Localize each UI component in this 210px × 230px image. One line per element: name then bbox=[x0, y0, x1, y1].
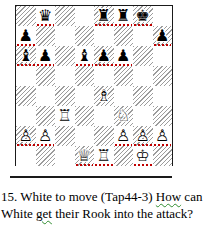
black-rook-e8: ♜ bbox=[97, 8, 111, 24]
puzzle-caption: 15. White to move (Tap44-3) How canWhite… bbox=[1, 188, 209, 222]
square-d1[interactable]: ♕ bbox=[75, 146, 95, 166]
square-g7[interactable] bbox=[133, 26, 153, 46]
black-bishop-d6: ♝ bbox=[77, 48, 91, 64]
square-c6[interactable] bbox=[55, 46, 75, 66]
square-h2[interactable]: ♙ bbox=[153, 126, 173, 146]
square-e2[interactable] bbox=[94, 126, 114, 146]
white-pawn-a2: ♙ bbox=[19, 128, 33, 144]
black-pawn-f6: ♟ bbox=[116, 48, 130, 64]
square-d3[interactable] bbox=[75, 106, 95, 126]
square-h5[interactable] bbox=[153, 66, 173, 86]
square-f8[interactable]: ♜ bbox=[114, 6, 134, 26]
square-c5[interactable] bbox=[55, 66, 75, 86]
chess-board: ♛♜♜♚♟♟♝♟♝♟♟♗♖♘♙♙♙♙♙♕♖♔ bbox=[15, 5, 173, 166]
black-pawn-h7: ♟ bbox=[155, 28, 169, 44]
square-c2[interactable] bbox=[55, 126, 75, 146]
square-h7[interactable]: ♟ bbox=[153, 26, 173, 46]
white-pawn-f2: ♙ bbox=[116, 128, 130, 144]
white-pawn-h2: ♙ bbox=[155, 128, 169, 144]
square-c4[interactable] bbox=[55, 86, 75, 106]
square-c1[interactable] bbox=[55, 146, 75, 166]
square-f2[interactable]: ♙ bbox=[114, 126, 134, 146]
white-rook-c3: ♖ bbox=[58, 108, 72, 124]
square-e6[interactable]: ♟ bbox=[94, 46, 114, 66]
square-d7[interactable] bbox=[75, 26, 95, 46]
square-a6[interactable]: ♝ bbox=[16, 46, 36, 66]
white-queen-d1: ♕ bbox=[77, 148, 91, 164]
square-e1[interactable]: ♖ bbox=[94, 146, 114, 166]
square-e3[interactable] bbox=[94, 106, 114, 126]
square-d4[interactable] bbox=[75, 86, 95, 106]
black-rook-f8: ♜ bbox=[116, 8, 130, 24]
square-f3[interactable]: ♘ bbox=[114, 106, 134, 126]
black-pawn-b6: ♟ bbox=[38, 48, 52, 64]
square-d6[interactable]: ♝ bbox=[75, 46, 95, 66]
square-e5[interactable] bbox=[94, 66, 114, 86]
white-bishop-e4: ♗ bbox=[97, 88, 111, 104]
square-a2[interactable]: ♙ bbox=[16, 126, 36, 146]
square-a1[interactable] bbox=[16, 146, 36, 166]
caption-text-segment: their Rook into the attack? bbox=[52, 206, 193, 221]
white-king-g1: ♔ bbox=[136, 148, 150, 164]
caption-word-squiggled: How bbox=[156, 189, 181, 204]
square-f7[interactable] bbox=[114, 26, 134, 46]
square-d8[interactable] bbox=[75, 6, 95, 26]
black-queen-b8: ♛ bbox=[38, 8, 52, 24]
square-f6[interactable]: ♟ bbox=[114, 46, 134, 66]
square-g6[interactable] bbox=[133, 46, 153, 66]
square-b6[interactable]: ♟ bbox=[36, 46, 56, 66]
square-c3[interactable]: ♖ bbox=[55, 106, 75, 126]
white-pawn-b2: ♙ bbox=[38, 128, 52, 144]
square-g1[interactable]: ♔ bbox=[133, 146, 153, 166]
square-e4[interactable]: ♗ bbox=[94, 86, 114, 106]
square-a4[interactable] bbox=[16, 86, 36, 106]
square-d5[interactable] bbox=[75, 66, 95, 86]
square-h6[interactable] bbox=[153, 46, 173, 66]
square-b4[interactable] bbox=[36, 86, 56, 106]
square-h1[interactable] bbox=[153, 146, 173, 166]
white-knight-f3: ♘ bbox=[116, 108, 130, 124]
caption-text-segment: 15. White to move (Tap44-3) bbox=[1, 189, 156, 204]
square-f5[interactable] bbox=[114, 66, 134, 86]
square-h3[interactable] bbox=[153, 106, 173, 126]
square-a3[interactable] bbox=[16, 106, 36, 126]
square-c8[interactable] bbox=[55, 6, 75, 26]
square-e8[interactable]: ♜ bbox=[94, 6, 114, 26]
square-g5[interactable] bbox=[133, 66, 153, 86]
white-rook-e1: ♖ bbox=[97, 148, 111, 164]
square-b5[interactable] bbox=[36, 66, 56, 86]
caption-text-segment: can bbox=[181, 189, 202, 204]
caption-text-segment: White bbox=[1, 206, 36, 221]
black-pawn-e6: ♟ bbox=[97, 48, 111, 64]
square-h4[interactable] bbox=[153, 86, 173, 106]
square-d2[interactable] bbox=[75, 126, 95, 146]
square-b1[interactable] bbox=[36, 146, 56, 166]
square-a8[interactable] bbox=[16, 6, 36, 26]
square-c7[interactable] bbox=[55, 26, 75, 46]
square-f1[interactable] bbox=[114, 146, 134, 166]
square-e7[interactable] bbox=[94, 26, 114, 46]
black-pawn-a7: ♟ bbox=[19, 28, 33, 44]
square-g4[interactable] bbox=[133, 86, 153, 106]
black-bishop-a6: ♝ bbox=[19, 48, 33, 64]
white-pawn-g2: ♙ bbox=[136, 128, 150, 144]
square-b2[interactable]: ♙ bbox=[36, 126, 56, 146]
square-a5[interactable] bbox=[16, 66, 36, 86]
square-b8[interactable]: ♛ bbox=[36, 6, 56, 26]
square-h8[interactable] bbox=[153, 6, 173, 26]
black-king-g8: ♚ bbox=[136, 8, 150, 24]
square-g2[interactable]: ♙ bbox=[133, 126, 153, 146]
square-b3[interactable] bbox=[36, 106, 56, 126]
caption-word-squiggled: get bbox=[36, 206, 52, 221]
diagram-bottom-border bbox=[10, 176, 172, 178]
square-g3[interactable] bbox=[133, 106, 153, 126]
document-page: ♛♜♜♚♟♟♝♟♝♟♟♗♖♘♙♙♙♙♙♕♖♔ 15. White to move… bbox=[0, 0, 210, 230]
square-f4[interactable] bbox=[114, 86, 134, 106]
square-a7[interactable]: ♟ bbox=[16, 26, 36, 46]
square-g8[interactable]: ♚ bbox=[133, 6, 153, 26]
square-b7[interactable] bbox=[36, 26, 56, 46]
